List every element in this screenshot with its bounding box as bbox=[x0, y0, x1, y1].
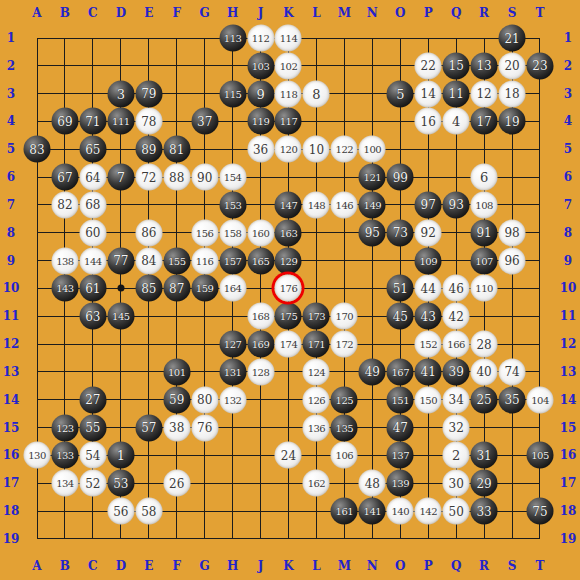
stone-white-140-o18[interactable]: 140 bbox=[387, 498, 414, 525]
stone-white-166-q12[interactable]: 166 bbox=[443, 331, 470, 358]
col-label-bottom-P: P bbox=[424, 560, 433, 572]
stone-black-95-n8[interactable]: 95 bbox=[359, 219, 386, 246]
stone-black-29-r17[interactable]: 29 bbox=[471, 470, 498, 497]
col-label-top-H: H bbox=[227, 7, 238, 19]
col-label-top-J: J bbox=[258, 7, 264, 19]
col-label-top-N: N bbox=[367, 7, 378, 19]
stone-black-59-f14[interactable]: 59 bbox=[163, 386, 190, 413]
col-label-bottom-L: L bbox=[312, 560, 320, 572]
col-label-top-L: L bbox=[312, 7, 320, 19]
stone-white-54-c16[interactable]: 54 bbox=[79, 442, 106, 469]
stone-black-161-m18[interactable]: 161 bbox=[331, 498, 358, 525]
stone-black-109-p9[interactable]: 109 bbox=[415, 247, 442, 274]
col-label-bottom-S: S bbox=[508, 560, 517, 572]
col-label-top-F: F bbox=[172, 7, 181, 19]
stone-black-105-t16[interactable]: 105 bbox=[526, 442, 553, 469]
stone-black-123-b15[interactable]: 123 bbox=[51, 414, 78, 441]
stone-white-120-k5[interactable]: 120 bbox=[275, 136, 302, 163]
stone-white-138-b9[interactable]: 138 bbox=[51, 247, 78, 274]
col-label-bottom-H: H bbox=[227, 560, 238, 572]
stone-white-170-m11[interactable]: 170 bbox=[331, 303, 358, 330]
stone-white-82-b7[interactable]: 82 bbox=[51, 191, 78, 218]
stone-white-76-g15[interactable]: 76 bbox=[191, 414, 218, 441]
stone-white-172-m12[interactable]: 172 bbox=[331, 331, 358, 358]
stone-black-33-r18[interactable]: 33 bbox=[471, 498, 498, 525]
stone-black-117-k4[interactable]: 117 bbox=[275, 108, 302, 135]
col-label-top-P: P bbox=[424, 7, 433, 19]
stone-black-159-g10[interactable]: 159 bbox=[191, 275, 218, 302]
stone-black-147-k7[interactable]: 147 bbox=[275, 191, 302, 218]
stone-black-103-j2[interactable]: 103 bbox=[247, 52, 274, 79]
stone-white-104-t14[interactable]: 104 bbox=[526, 386, 553, 413]
row-label-right-17: 17 bbox=[560, 477, 577, 489]
row-label-left-7: 7 bbox=[7, 199, 15, 211]
stone-black-39-q13[interactable]: 39 bbox=[443, 358, 470, 385]
stone-white-114-k1[interactable]: 114 bbox=[275, 25, 302, 52]
stone-white-162-l17[interactable]: 162 bbox=[303, 470, 330, 497]
stone-white-110-r10[interactable]: 110 bbox=[471, 275, 498, 302]
stone-white-12-r3[interactable]: 12 bbox=[471, 80, 498, 107]
col-label-bottom-N: N bbox=[367, 560, 378, 572]
stone-black-127-h12[interactable]: 127 bbox=[219, 331, 246, 358]
stone-white-32-q15[interactable]: 32 bbox=[443, 414, 470, 441]
row-label-right-1: 1 bbox=[564, 32, 572, 44]
stone-white-136-l15[interactable]: 136 bbox=[303, 414, 330, 441]
stone-white-100-n5[interactable]: 100 bbox=[359, 136, 386, 163]
stone-white-148-l7[interactable]: 148 bbox=[303, 191, 330, 218]
stone-black-25-r14[interactable]: 25 bbox=[471, 386, 498, 413]
col-label-bottom-E: E bbox=[144, 560, 153, 572]
col-label-top-T: T bbox=[536, 7, 545, 19]
stone-white-156-g8[interactable]: 156 bbox=[191, 219, 218, 246]
col-label-bottom-A: A bbox=[32, 560, 41, 572]
stone-white-176-k10[interactable]: 176 bbox=[275, 275, 302, 302]
stone-white-18-s3[interactable]: 18 bbox=[499, 80, 526, 107]
row-label-right-8: 8 bbox=[564, 227, 572, 239]
col-label-top-C: C bbox=[88, 7, 98, 19]
stone-white-68-c7[interactable]: 68 bbox=[79, 191, 106, 218]
star-point-d10 bbox=[117, 285, 124, 292]
col-label-bottom-C: C bbox=[88, 560, 98, 572]
stone-black-51-o10[interactable]: 51 bbox=[387, 275, 414, 302]
stone-white-88-f6[interactable]: 88 bbox=[163, 164, 190, 191]
col-label-top-Q: Q bbox=[451, 7, 461, 19]
stone-white-160-j8[interactable]: 160 bbox=[247, 219, 274, 246]
stone-white-24-k16[interactable]: 24 bbox=[275, 442, 302, 469]
stone-white-124-l13[interactable]: 124 bbox=[303, 358, 330, 385]
stone-white-38-f15[interactable]: 38 bbox=[163, 414, 190, 441]
row-label-left-8: 8 bbox=[7, 227, 15, 239]
row-label-left-2: 2 bbox=[7, 60, 15, 72]
col-label-top-S: S bbox=[508, 7, 517, 19]
stone-black-71-c4[interactable]: 71 bbox=[79, 108, 106, 135]
col-label-bottom-R: R bbox=[479, 560, 489, 572]
col-label-bottom-B: B bbox=[60, 560, 70, 572]
stone-black-85-e10[interactable]: 85 bbox=[135, 275, 162, 302]
stone-white-52-c17[interactable]: 52 bbox=[79, 470, 106, 497]
stone-black-19-s4[interactable]: 19 bbox=[499, 108, 526, 135]
row-label-left-6: 6 bbox=[7, 171, 15, 183]
col-label-top-O: O bbox=[395, 7, 405, 19]
stone-black-23-t2[interactable]: 23 bbox=[526, 52, 553, 79]
stone-white-164-h10[interactable]: 164 bbox=[219, 275, 246, 302]
stone-white-134-b17[interactable]: 134 bbox=[51, 470, 78, 497]
stone-black-141-n18[interactable]: 141 bbox=[359, 498, 386, 525]
stone-black-143-b10[interactable]: 143 bbox=[51, 275, 78, 302]
stone-black-55-c15[interactable]: 55 bbox=[79, 414, 106, 441]
row-label-left-15: 15 bbox=[3, 422, 20, 434]
stone-black-13-r2[interactable]: 13 bbox=[471, 52, 498, 79]
stone-black-139-o17[interactable]: 139 bbox=[387, 470, 414, 497]
stone-black-1-d16[interactable]: 1 bbox=[107, 442, 134, 469]
stone-black-3-d3[interactable]: 3 bbox=[107, 80, 134, 107]
col-label-bottom-K: K bbox=[283, 560, 293, 572]
stone-white-48-n17[interactable]: 48 bbox=[359, 470, 386, 497]
stone-black-49-n13[interactable]: 49 bbox=[359, 358, 386, 385]
col-label-top-E: E bbox=[144, 7, 153, 19]
col-label-bottom-G: G bbox=[200, 560, 210, 572]
stone-black-45-o11[interactable]: 45 bbox=[387, 303, 414, 330]
stone-black-27-c14[interactable]: 27 bbox=[79, 386, 106, 413]
stone-black-145-d11[interactable]: 145 bbox=[107, 303, 134, 330]
stone-white-146-m7[interactable]: 146 bbox=[331, 191, 358, 218]
stone-black-153-h7[interactable]: 153 bbox=[219, 191, 246, 218]
row-label-right-13: 13 bbox=[560, 366, 577, 378]
stone-white-8-l3[interactable]: 8 bbox=[303, 80, 330, 107]
stone-white-158-h8[interactable]: 158 bbox=[219, 219, 246, 246]
stone-black-17-r4[interactable]: 17 bbox=[471, 108, 498, 135]
col-label-bottom-Q: Q bbox=[451, 560, 461, 572]
stone-black-165-j9[interactable]: 165 bbox=[247, 247, 274, 274]
stone-white-22-p2[interactable]: 22 bbox=[415, 52, 442, 79]
stone-white-10-l5[interactable]: 10 bbox=[303, 136, 330, 163]
col-label-bottom-O: O bbox=[395, 560, 405, 572]
stone-black-9-j3[interactable]: 9 bbox=[247, 80, 274, 107]
stone-white-142-p18[interactable]: 142 bbox=[415, 498, 442, 525]
stone-black-75-t18[interactable]: 75 bbox=[526, 498, 553, 525]
stone-white-2-q16[interactable]: 2 bbox=[443, 442, 470, 469]
stone-black-155-f9[interactable]: 155 bbox=[163, 247, 190, 274]
stone-white-132-h14[interactable]: 132 bbox=[219, 386, 246, 413]
stone-white-6-r6[interactable]: 6 bbox=[471, 164, 498, 191]
stone-white-56-d18[interactable]: 56 bbox=[107, 498, 134, 525]
stone-black-91-r8[interactable]: 91 bbox=[471, 219, 498, 246]
stone-black-99-o6[interactable]: 99 bbox=[387, 164, 414, 191]
stone-white-150-p14[interactable]: 150 bbox=[415, 386, 442, 413]
stone-white-106-m16[interactable]: 106 bbox=[331, 442, 358, 469]
stone-black-67-b6[interactable]: 67 bbox=[51, 164, 78, 191]
stone-black-65-c5[interactable]: 65 bbox=[79, 136, 106, 163]
row-label-left-1: 1 bbox=[7, 32, 15, 44]
col-label-bottom-D: D bbox=[116, 560, 126, 572]
stone-black-151-o14[interactable]: 151 bbox=[387, 386, 414, 413]
row-label-right-2: 2 bbox=[564, 60, 572, 72]
stone-black-163-k8[interactable]: 163 bbox=[275, 219, 302, 246]
stone-white-126-l14[interactable]: 126 bbox=[303, 386, 330, 413]
stone-black-7-d6[interactable]: 7 bbox=[107, 164, 134, 191]
row-label-left-9: 9 bbox=[7, 255, 15, 267]
stone-black-169-j12[interactable]: 169 bbox=[247, 331, 274, 358]
stone-black-79-e3[interactable]: 79 bbox=[135, 80, 162, 107]
stone-white-28-r12[interactable]: 28 bbox=[471, 331, 498, 358]
stone-white-58-e18[interactable]: 58 bbox=[135, 498, 162, 525]
row-label-left-19: 19 bbox=[3, 533, 20, 545]
stone-white-60-c8[interactable]: 60 bbox=[79, 219, 106, 246]
stone-black-47-o15[interactable]: 47 bbox=[387, 414, 414, 441]
stone-black-119-j4[interactable]: 119 bbox=[247, 108, 274, 135]
stone-black-175-k11[interactable]: 175 bbox=[275, 303, 302, 330]
stone-white-74-s13[interactable]: 74 bbox=[499, 358, 526, 385]
stone-white-108-r7[interactable]: 108 bbox=[471, 191, 498, 218]
stone-white-84-e9[interactable]: 84 bbox=[135, 247, 162, 274]
col-label-top-M: M bbox=[338, 7, 351, 19]
row-label-left-17: 17 bbox=[3, 477, 20, 489]
stone-black-41-p13[interactable]: 41 bbox=[415, 358, 442, 385]
stone-black-131-h13[interactable]: 131 bbox=[219, 358, 246, 385]
stone-black-57-e15[interactable]: 57 bbox=[135, 414, 162, 441]
row-label-right-3: 3 bbox=[564, 88, 572, 100]
stone-white-16-p4[interactable]: 16 bbox=[415, 108, 442, 135]
row-label-left-14: 14 bbox=[3, 394, 20, 406]
row-label-right-9: 9 bbox=[564, 255, 572, 267]
stone-black-137-o16[interactable]: 137 bbox=[387, 442, 414, 469]
row-label-right-6: 6 bbox=[564, 171, 572, 183]
stone-white-34-q14[interactable]: 34 bbox=[443, 386, 470, 413]
row-label-right-15: 15 bbox=[560, 422, 577, 434]
stone-white-36-j5[interactable]: 36 bbox=[247, 136, 274, 163]
row-label-left-16: 16 bbox=[3, 449, 20, 461]
row-label-right-19: 19 bbox=[560, 533, 577, 545]
stone-black-53-d17[interactable]: 53 bbox=[107, 470, 134, 497]
row-label-right-18: 18 bbox=[560, 505, 577, 517]
stone-black-135-m15[interactable]: 135 bbox=[331, 414, 358, 441]
stone-white-20-s2[interactable]: 20 bbox=[499, 52, 526, 79]
stone-white-112-j1[interactable]: 112 bbox=[247, 25, 274, 52]
stone-white-40-r13[interactable]: 40 bbox=[471, 358, 498, 385]
stone-white-78-e4[interactable]: 78 bbox=[135, 108, 162, 135]
stone-white-46-q10[interactable]: 46 bbox=[443, 275, 470, 302]
stone-white-102-k2[interactable]: 102 bbox=[275, 52, 302, 79]
stone-white-116-g9[interactable]: 116 bbox=[191, 247, 218, 274]
stone-white-118-k3[interactable]: 118 bbox=[275, 80, 302, 107]
stone-white-152-p12[interactable]: 152 bbox=[415, 331, 442, 358]
col-label-bottom-F: F bbox=[172, 560, 181, 572]
col-label-bottom-M: M bbox=[338, 560, 351, 572]
row-label-left-10: 10 bbox=[3, 282, 20, 294]
row-label-right-4: 4 bbox=[564, 115, 572, 127]
stone-black-133-b16[interactable]: 133 bbox=[51, 442, 78, 469]
stone-white-122-m5[interactable]: 122 bbox=[331, 136, 358, 163]
row-label-right-12: 12 bbox=[560, 338, 577, 350]
stone-white-42-q11[interactable]: 42 bbox=[443, 303, 470, 330]
stone-black-63-c11[interactable]: 63 bbox=[79, 303, 106, 330]
go-board[interactable]: AABBCCDDEEFFGGHHJJKKLLMMNNOOPPQQRRSSTT11… bbox=[0, 0, 580, 580]
stone-white-72-e6[interactable]: 72 bbox=[135, 164, 162, 191]
stone-black-167-o13[interactable]: 167 bbox=[387, 358, 414, 385]
stone-white-4-q4[interactable]: 4 bbox=[443, 108, 470, 135]
stone-black-83-a5[interactable]: 83 bbox=[24, 136, 51, 163]
stone-black-11-q3[interactable]: 11 bbox=[443, 80, 470, 107]
stone-white-92-p8[interactable]: 92 bbox=[415, 219, 442, 246]
stone-white-130-a16[interactable]: 130 bbox=[24, 442, 51, 469]
stone-black-129-k9[interactable]: 129 bbox=[275, 247, 302, 274]
row-label-left-11: 11 bbox=[3, 310, 20, 322]
stone-black-69-b4[interactable]: 69 bbox=[51, 108, 78, 135]
stone-white-96-s9[interactable]: 96 bbox=[499, 247, 526, 274]
stone-black-149-n7[interactable]: 149 bbox=[359, 191, 386, 218]
stone-white-168-j11[interactable]: 168 bbox=[247, 303, 274, 330]
stone-black-125-m14[interactable]: 125 bbox=[331, 386, 358, 413]
stone-black-77-d9[interactable]: 77 bbox=[107, 247, 134, 274]
stone-black-111-d4[interactable]: 111 bbox=[107, 108, 134, 135]
stone-black-61-c10[interactable]: 61 bbox=[79, 275, 106, 302]
stone-white-26-f17[interactable]: 26 bbox=[163, 470, 190, 497]
col-label-top-R: R bbox=[479, 7, 489, 19]
col-label-top-B: B bbox=[60, 7, 70, 19]
stone-black-113-h1[interactable]: 113 bbox=[219, 25, 246, 52]
stone-black-15-q2[interactable]: 15 bbox=[443, 52, 470, 79]
stone-black-173-l11[interactable]: 173 bbox=[303, 303, 330, 330]
stone-black-35-s14[interactable]: 35 bbox=[499, 386, 526, 413]
stone-black-37-g4[interactable]: 37 bbox=[191, 108, 218, 135]
row-label-right-5: 5 bbox=[564, 143, 572, 155]
row-label-left-13: 13 bbox=[3, 366, 20, 378]
stone-white-64-c6[interactable]: 64 bbox=[79, 164, 106, 191]
stone-black-89-e5[interactable]: 89 bbox=[135, 136, 162, 163]
stone-black-87-f10[interactable]: 87 bbox=[163, 275, 190, 302]
stone-black-157-h9[interactable]: 157 bbox=[219, 247, 246, 274]
row-label-left-18: 18 bbox=[3, 505, 20, 517]
col-label-top-K: K bbox=[283, 7, 293, 19]
col-label-bottom-J: J bbox=[258, 560, 264, 572]
row-label-left-5: 5 bbox=[7, 143, 15, 155]
col-label-top-A: A bbox=[32, 7, 41, 19]
stone-white-30-q17[interactable]: 30 bbox=[443, 470, 470, 497]
stone-black-43-p11[interactable]: 43 bbox=[415, 303, 442, 330]
stone-white-128-j13[interactable]: 128 bbox=[247, 358, 274, 385]
stone-white-90-g6[interactable]: 90 bbox=[191, 164, 218, 191]
col-label-top-D: D bbox=[116, 7, 126, 19]
stone-black-93-q7[interactable]: 93 bbox=[443, 191, 470, 218]
stone-black-81-f5[interactable]: 81 bbox=[163, 136, 190, 163]
row-label-left-3: 3 bbox=[7, 88, 15, 100]
col-label-bottom-T: T bbox=[536, 560, 545, 572]
stone-white-14-p3[interactable]: 14 bbox=[415, 80, 442, 107]
stone-black-31-r16[interactable]: 31 bbox=[471, 442, 498, 469]
stone-black-97-p7[interactable]: 97 bbox=[415, 191, 442, 218]
stone-white-80-g14[interactable]: 80 bbox=[191, 386, 218, 413]
stone-black-115-h3[interactable]: 115 bbox=[219, 80, 246, 107]
stone-white-44-p10[interactable]: 44 bbox=[415, 275, 442, 302]
stone-white-174-k12[interactable]: 174 bbox=[275, 331, 302, 358]
stone-white-98-s8[interactable]: 98 bbox=[499, 219, 526, 246]
row-label-left-4: 4 bbox=[7, 115, 15, 127]
stone-white-144-c9[interactable]: 144 bbox=[79, 247, 106, 274]
stone-white-86-e8[interactable]: 86 bbox=[135, 219, 162, 246]
row-label-left-12: 12 bbox=[3, 338, 20, 350]
stone-black-73-o8[interactable]: 73 bbox=[387, 219, 414, 246]
stone-white-50-q18[interactable]: 50 bbox=[443, 498, 470, 525]
stone-black-171-l12[interactable]: 171 bbox=[303, 331, 330, 358]
stone-white-154-h6[interactable]: 154 bbox=[219, 164, 246, 191]
row-label-right-10: 10 bbox=[560, 282, 577, 294]
row-label-right-14: 14 bbox=[560, 394, 577, 406]
stone-black-107-r9[interactable]: 107 bbox=[471, 247, 498, 274]
stone-black-21-s1[interactable]: 21 bbox=[499, 25, 526, 52]
stone-black-5-o3[interactable]: 5 bbox=[387, 80, 414, 107]
row-label-right-16: 16 bbox=[560, 449, 577, 461]
col-label-top-G: G bbox=[200, 7, 210, 19]
stone-black-101-f13[interactable]: 101 bbox=[163, 358, 190, 385]
row-label-right-7: 7 bbox=[564, 199, 572, 211]
row-label-right-11: 11 bbox=[560, 310, 577, 322]
stone-black-121-n6[interactable]: 121 bbox=[359, 164, 386, 191]
